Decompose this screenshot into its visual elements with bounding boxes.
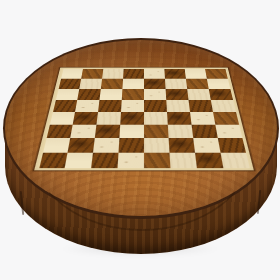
square-e3[interactable] xyxy=(144,125,168,138)
square-a1[interactable] xyxy=(39,152,68,167)
square-f8[interactable] xyxy=(164,69,185,79)
square-e7[interactable] xyxy=(144,79,165,89)
square-g4[interactable] xyxy=(190,112,215,125)
square-g1[interactable] xyxy=(195,152,223,167)
square-f1[interactable] xyxy=(169,152,196,167)
square-b5[interactable] xyxy=(75,100,99,112)
square-b7[interactable] xyxy=(80,79,103,89)
square-d7[interactable] xyxy=(123,79,144,89)
square-g6[interactable] xyxy=(187,89,211,100)
square-h3[interactable] xyxy=(215,125,242,138)
square-b2[interactable] xyxy=(68,138,95,152)
square-d1[interactable] xyxy=(118,152,144,167)
square-b1[interactable] xyxy=(65,152,93,167)
square-b6[interactable] xyxy=(78,89,102,100)
square-h4[interactable] xyxy=(213,112,239,125)
square-d5[interactable] xyxy=(121,100,144,112)
square-g2[interactable] xyxy=(193,138,220,152)
square-f4[interactable] xyxy=(167,112,191,125)
square-b8[interactable] xyxy=(81,69,103,79)
square-f2[interactable] xyxy=(168,138,194,152)
square-a6[interactable] xyxy=(55,89,79,100)
square-d2[interactable] xyxy=(119,138,144,152)
square-f7[interactable] xyxy=(165,79,187,89)
square-d3[interactable] xyxy=(120,125,144,138)
chess-board xyxy=(34,68,254,171)
square-h8[interactable] xyxy=(205,69,228,79)
square-h1[interactable] xyxy=(220,152,249,167)
square-a7[interactable] xyxy=(58,79,81,89)
square-h6[interactable] xyxy=(208,89,232,100)
square-d6[interactable] xyxy=(122,89,144,100)
square-c1[interactable] xyxy=(91,152,118,167)
square-c6[interactable] xyxy=(100,89,123,100)
square-e4[interactable] xyxy=(144,112,168,125)
square-c8[interactable] xyxy=(102,69,123,79)
square-a4[interactable] xyxy=(49,112,75,125)
square-b4[interactable] xyxy=(73,112,98,125)
square-e1[interactable] xyxy=(144,152,170,167)
square-f6[interactable] xyxy=(165,89,188,100)
square-a5[interactable] xyxy=(53,100,78,112)
square-e8[interactable] xyxy=(144,69,165,79)
square-c3[interactable] xyxy=(95,125,120,138)
square-d8[interactable] xyxy=(123,69,144,79)
square-a8[interactable] xyxy=(61,69,84,79)
square-g8[interactable] xyxy=(184,69,206,79)
square-f5[interactable] xyxy=(166,100,190,112)
square-b3[interactable] xyxy=(71,125,97,138)
square-f3[interactable] xyxy=(168,125,193,138)
square-h7[interactable] xyxy=(207,79,230,89)
square-a3[interactable] xyxy=(46,125,73,138)
square-c5[interactable] xyxy=(98,100,122,112)
square-g7[interactable] xyxy=(186,79,209,89)
photo-stage xyxy=(0,0,280,280)
square-d4[interactable] xyxy=(120,112,144,125)
square-g5[interactable] xyxy=(188,100,212,112)
square-c2[interactable] xyxy=(93,138,119,152)
square-a2[interactable] xyxy=(43,138,71,152)
square-h2[interactable] xyxy=(217,138,245,152)
square-h5[interactable] xyxy=(210,100,235,112)
board-grid xyxy=(39,69,249,168)
square-e6[interactable] xyxy=(144,89,166,100)
square-g3[interactable] xyxy=(191,125,217,138)
square-e5[interactable] xyxy=(144,100,167,112)
square-c7[interactable] xyxy=(101,79,123,89)
square-c4[interactable] xyxy=(97,112,121,125)
square-e2[interactable] xyxy=(144,138,169,152)
